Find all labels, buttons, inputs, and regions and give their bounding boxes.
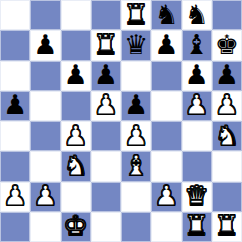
square-e6[interactable] (121, 61, 151, 91)
white-pawn[interactable]: ♟ (154, 182, 178, 209)
square-h2[interactable] (212, 182, 242, 212)
white-bishop[interactable]: ♝ (124, 152, 148, 179)
square-f3[interactable] (151, 151, 181, 181)
square-e5[interactable]: ♟ (121, 91, 151, 121)
square-g8[interactable]: ♞ (182, 0, 212, 30)
square-h8[interactable] (212, 0, 242, 30)
square-g1[interactable]: ♜ (182, 212, 212, 242)
square-d8[interactable] (91, 0, 121, 30)
white-pawn[interactable]: ♟ (215, 91, 239, 118)
square-f7[interactable]: ♟ (151, 30, 181, 60)
square-e7[interactable]: ♛ (121, 30, 151, 60)
white-rook[interactable]: ♜ (185, 212, 209, 239)
square-e1[interactable] (121, 212, 151, 242)
square-g6[interactable]: ♟ (182, 61, 212, 91)
square-b2[interactable]: ♟ (30, 182, 60, 212)
white-pawn[interactable]: ♟ (185, 91, 209, 118)
black-pawn[interactable]: ♟ (185, 61, 209, 88)
square-d7[interactable]: ♜ (91, 30, 121, 60)
black-pawn[interactable]: ♟ (3, 91, 27, 118)
square-c7[interactable] (61, 30, 91, 60)
square-h5[interactable]: ♟ (212, 91, 242, 121)
square-c3[interactable]: ♞ (61, 151, 91, 181)
square-b3[interactable] (30, 151, 60, 181)
white-pawn[interactable]: ♟ (33, 182, 57, 209)
square-a7[interactable] (0, 30, 30, 60)
square-b6[interactable] (30, 61, 60, 91)
white-pawn[interactable]: ♟ (124, 122, 148, 149)
black-knight[interactable]: ♞ (154, 1, 178, 28)
square-d4[interactable] (91, 121, 121, 151)
square-b8[interactable] (30, 0, 60, 30)
black-pawn[interactable]: ♟ (124, 91, 148, 118)
black-pawn[interactable]: ♟ (33, 31, 57, 58)
square-a6[interactable] (0, 61, 30, 91)
square-f6[interactable] (151, 61, 181, 91)
square-b7[interactable]: ♟ (30, 30, 60, 60)
square-e2[interactable] (121, 182, 151, 212)
square-c2[interactable] (61, 182, 91, 212)
square-h3[interactable] (212, 151, 242, 181)
black-pawn[interactable]: ♟ (215, 61, 239, 88)
square-b4[interactable] (30, 121, 60, 151)
square-f2[interactable]: ♟ (151, 182, 181, 212)
black-knight[interactable]: ♞ (185, 1, 209, 28)
square-f4[interactable] (151, 121, 181, 151)
square-c4[interactable]: ♟ (61, 121, 91, 151)
square-e8[interactable]: ♜ (121, 0, 151, 30)
square-h1[interactable]: ♜ (212, 212, 242, 242)
white-pawn[interactable]: ♟ (3, 182, 27, 209)
square-d5[interactable]: ♟ (91, 91, 121, 121)
square-g7[interactable]: ♝ (182, 30, 212, 60)
white-rook[interactable]: ♜ (94, 31, 118, 58)
black-bishop[interactable]: ♝ (185, 31, 209, 58)
square-a2[interactable]: ♟ (0, 182, 30, 212)
square-e3[interactable]: ♝ (121, 151, 151, 181)
square-a4[interactable] (0, 121, 30, 151)
square-h7[interactable]: ♚ (212, 30, 242, 60)
square-g2[interactable]: ♛ (182, 182, 212, 212)
square-g3[interactable] (182, 151, 212, 181)
white-pawn[interactable]: ♟ (64, 122, 88, 149)
black-king[interactable]: ♚ (215, 31, 239, 58)
square-a3[interactable] (0, 151, 30, 181)
square-a8[interactable] (0, 0, 30, 30)
white-knight[interactable]: ♞ (64, 152, 88, 179)
black-queen[interactable]: ♛ (124, 31, 148, 58)
square-g4[interactable] (182, 121, 212, 151)
square-e4[interactable]: ♟ (121, 121, 151, 151)
square-c1[interactable]: ♚ (61, 212, 91, 242)
square-h4[interactable]: ♞ (212, 121, 242, 151)
white-pawn[interactable]: ♟ (94, 91, 118, 118)
square-d2[interactable] (91, 182, 121, 212)
square-b1[interactable] (30, 212, 60, 242)
square-c6[interactable]: ♟ (61, 61, 91, 91)
square-c5[interactable] (61, 91, 91, 121)
square-a1[interactable] (0, 212, 30, 242)
square-d6[interactable]: ♟ (91, 61, 121, 91)
square-f1[interactable] (151, 212, 181, 242)
square-c8[interactable] (61, 0, 91, 30)
white-king[interactable]: ♚ (64, 212, 88, 239)
square-a5[interactable]: ♟ (0, 91, 30, 121)
square-g5[interactable]: ♟ (182, 91, 212, 121)
white-rook[interactable]: ♜ (124, 1, 148, 28)
square-f8[interactable]: ♞ (151, 0, 181, 30)
square-d1[interactable] (91, 212, 121, 242)
white-knight[interactable]: ♞ (215, 122, 239, 149)
chess-board: ♜♞♞♟♜♛♟♝♚♟♟♟♟♟♟♟♟♟♟♟♞♞♝♟♟♟♛♚♜♜ (0, 0, 242, 242)
square-f5[interactable] (151, 91, 181, 121)
square-b5[interactable] (30, 91, 60, 121)
white-queen[interactable]: ♛ (185, 182, 209, 209)
square-h6[interactable]: ♟ (212, 61, 242, 91)
black-pawn[interactable]: ♟ (64, 61, 88, 88)
black-pawn[interactable]: ♟ (94, 61, 118, 88)
square-d3[interactable] (91, 151, 121, 181)
white-rook[interactable]: ♜ (215, 212, 239, 239)
black-pawn[interactable]: ♟ (154, 31, 178, 58)
